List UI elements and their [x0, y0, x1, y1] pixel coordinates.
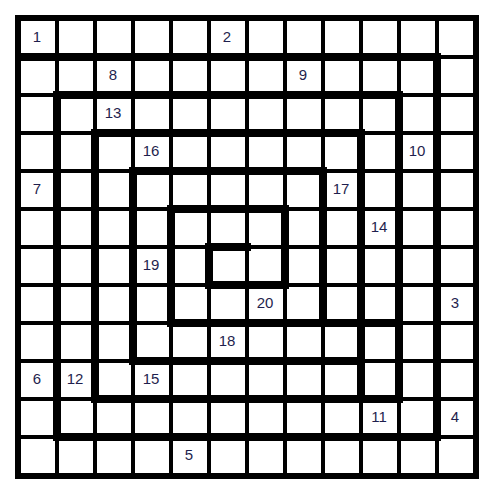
cell-r5c11[interactable]: [401, 173, 435, 207]
cell-r1c12[interactable]: [439, 21, 473, 55]
cell-r10c10[interactable]: [363, 363, 397, 397]
cell-r1c6[interactable]: [211, 21, 245, 55]
cell-r1c4[interactable]: [135, 21, 169, 55]
cell-r7c7[interactable]: [249, 249, 283, 283]
cell-r4c8[interactable]: [287, 135, 321, 169]
cell-r5c5[interactable]: [173, 173, 207, 207]
cell-r6c7[interactable]: [249, 211, 283, 245]
cell-r12c3[interactable]: [97, 439, 131, 473]
cell-r9c2[interactable]: [59, 325, 93, 359]
cell-r3c9[interactable]: [325, 97, 359, 131]
cell-r12c7[interactable]: [249, 439, 283, 473]
cell-r4c2[interactable]: [59, 135, 93, 169]
cell-r1c5[interactable]: [173, 21, 207, 55]
cell-r8c2[interactable]: [59, 287, 93, 321]
cell-r11c4[interactable]: [135, 401, 169, 435]
cell-r2c2[interactable]: [59, 59, 93, 93]
cell-r10c11[interactable]: [401, 363, 435, 397]
cell-r8c9[interactable]: [325, 287, 359, 321]
cell-r11c1[interactable]: [21, 401, 55, 435]
cell-r2c8[interactable]: [287, 59, 321, 93]
cell-r8c7[interactable]: [249, 287, 283, 321]
cell-r8c5[interactable]: [173, 287, 207, 321]
cell-r3c1[interactable]: [21, 97, 55, 131]
cell-r4c9[interactable]: [325, 135, 359, 169]
cell-r7c6[interactable]: [211, 249, 245, 283]
cell-r11c12[interactable]: [439, 401, 473, 435]
cell-r5c4[interactable]: [135, 173, 169, 207]
cell-r2c11[interactable]: [401, 59, 435, 93]
cell-r2c9[interactable]: [325, 59, 359, 93]
cell-r5c8[interactable]: [287, 173, 321, 207]
cell-r1c2[interactable]: [59, 21, 93, 55]
cell-r11c6[interactable]: [211, 401, 245, 435]
cell-r3c7[interactable]: [249, 97, 283, 131]
cell-r6c2[interactable]: [59, 211, 93, 245]
cell-r8c1[interactable]: [21, 287, 55, 321]
cell-r2c1[interactable]: [21, 59, 55, 93]
cell-r5c12[interactable]: [439, 173, 473, 207]
cell-r12c2[interactable]: [59, 439, 93, 473]
cell-r6c1[interactable]: [21, 211, 55, 245]
cell-r6c9[interactable]: [325, 211, 359, 245]
cell-r8c11[interactable]: [401, 287, 435, 321]
cell-r4c3[interactable]: [97, 135, 131, 169]
cell-r12c4[interactable]: [135, 439, 169, 473]
cell-r6c6[interactable]: [211, 211, 245, 245]
cell-r10c12[interactable]: [439, 363, 473, 397]
cell-r9c10[interactable]: [363, 325, 397, 359]
cell-r1c7[interactable]: [249, 21, 283, 55]
cell-r3c4[interactable]: [135, 97, 169, 131]
cell-r5c7[interactable]: [249, 173, 283, 207]
cell-r5c2[interactable]: [59, 173, 93, 207]
cell-r1c8[interactable]: [287, 21, 321, 55]
cell-r11c10[interactable]: [363, 401, 397, 435]
spiral-crossword: 1234567891011121314151617181920: [15, 15, 479, 479]
cell-r8c3[interactable]: [97, 287, 131, 321]
cell-r7c10[interactable]: [363, 249, 397, 283]
cell-r11c2[interactable]: [59, 401, 93, 435]
cell-r12c5[interactable]: [173, 439, 207, 473]
cell-r1c11[interactable]: [401, 21, 435, 55]
cell-r10c8[interactable]: [287, 363, 321, 397]
cell-r3c3[interactable]: [97, 97, 131, 131]
cell-r10c6[interactable]: [211, 363, 245, 397]
cell-r9c1[interactable]: [21, 325, 55, 359]
cell-r2c4[interactable]: [135, 59, 169, 93]
cell-r9c9[interactable]: [325, 325, 359, 359]
cell-r3c10[interactable]: [363, 97, 397, 131]
cell-r7c4[interactable]: [135, 249, 169, 283]
cell-r7c9[interactable]: [325, 249, 359, 283]
cell-r9c4[interactable]: [135, 325, 169, 359]
cell-r6c4[interactable]: [135, 211, 169, 245]
cell-r9c11[interactable]: [401, 325, 435, 359]
cell-r6c5[interactable]: [173, 211, 207, 245]
cell-r2c7[interactable]: [249, 59, 283, 93]
cell-r9c5[interactable]: [173, 325, 207, 359]
cell-r10c7[interactable]: [249, 363, 283, 397]
spiral-crossword-board: 1234567891011121314151617181920: [15, 15, 479, 479]
cell-r3c12[interactable]: [439, 97, 473, 131]
cell-r8c10[interactable]: [363, 287, 397, 321]
cell-r4c6[interactable]: [211, 135, 245, 169]
cell-r3c8[interactable]: [287, 97, 321, 131]
cell-r6c8[interactable]: [287, 211, 321, 245]
cell-r7c1[interactable]: [21, 249, 55, 283]
cell-r7c5[interactable]: [173, 249, 207, 283]
cell-r12c1[interactable]: [21, 439, 55, 473]
cell-r10c5[interactable]: [173, 363, 207, 397]
cell-r12c10[interactable]: [363, 439, 397, 473]
cell-r4c11[interactable]: [401, 135, 435, 169]
cell-r11c7[interactable]: [249, 401, 283, 435]
cell-r5c3[interactable]: [97, 173, 131, 207]
cell-r7c12[interactable]: [439, 249, 473, 283]
cell-r6c3[interactable]: [97, 211, 131, 245]
cell-r5c1[interactable]: [21, 173, 55, 207]
cell-r8c6[interactable]: [211, 287, 245, 321]
cell-r9c8[interactable]: [287, 325, 321, 359]
cell-r12c6[interactable]: [211, 439, 245, 473]
cell-r7c8[interactable]: [287, 249, 321, 283]
cell-r6c10[interactable]: [363, 211, 397, 245]
cell-r8c12[interactable]: [439, 287, 473, 321]
cell-r11c5[interactable]: [173, 401, 207, 435]
cell-r11c9[interactable]: [325, 401, 359, 435]
cell-r8c8[interactable]: [287, 287, 321, 321]
cell-r6c11[interactable]: [401, 211, 435, 245]
cell-r10c1[interactable]: [21, 363, 55, 397]
cell-r12c9[interactable]: [325, 439, 359, 473]
cell-r10c4[interactable]: [135, 363, 169, 397]
cell-r3c2[interactable]: [59, 97, 93, 131]
cell-r2c6[interactable]: [211, 59, 245, 93]
cell-r1c9[interactable]: [325, 21, 359, 55]
cell-r10c2[interactable]: [59, 363, 93, 397]
cell-r4c12[interactable]: [439, 135, 473, 169]
cell-r12c12[interactable]: [439, 439, 473, 473]
cell-r3c5[interactable]: [173, 97, 207, 131]
cell-r12c11[interactable]: [401, 439, 435, 473]
cell-r9c7[interactable]: [249, 325, 283, 359]
cell-r4c10[interactable]: [363, 135, 397, 169]
cell-r2c10[interactable]: [363, 59, 397, 93]
cell-r9c3[interactable]: [97, 325, 131, 359]
cell-r7c2[interactable]: [59, 249, 93, 283]
cell-r3c11[interactable]: [401, 97, 435, 131]
cell-r5c10[interactable]: [363, 173, 397, 207]
cell-r11c11[interactable]: [401, 401, 435, 435]
cell-r4c1[interactable]: [21, 135, 55, 169]
cell-r4c5[interactable]: [173, 135, 207, 169]
cell-r6c12[interactable]: [439, 211, 473, 245]
cell-r2c12[interactable]: [439, 59, 473, 93]
cell-r5c6[interactable]: [211, 173, 245, 207]
cell-r7c11[interactable]: [401, 249, 435, 283]
cell-r12c8[interactable]: [287, 439, 321, 473]
cell-r2c5[interactable]: [173, 59, 207, 93]
cell-r11c8[interactable]: [287, 401, 321, 435]
cell-r11c3[interactable]: [97, 401, 131, 435]
cell-r9c6[interactable]: [211, 325, 245, 359]
cell-r4c7[interactable]: [249, 135, 283, 169]
cell-r9c12[interactable]: [439, 325, 473, 359]
cell-r1c10[interactable]: [363, 21, 397, 55]
cell-r1c3[interactable]: [97, 21, 131, 55]
cell-r4c4[interactable]: [135, 135, 169, 169]
cell-r8c4[interactable]: [135, 287, 169, 321]
cell-r2c3[interactable]: [97, 59, 131, 93]
cell-r10c3[interactable]: [97, 363, 131, 397]
cell-r1c1[interactable]: [21, 21, 55, 55]
cell-r10c9[interactable]: [325, 363, 359, 397]
cell-r3c6[interactable]: [211, 97, 245, 131]
cell-r7c3[interactable]: [97, 249, 131, 283]
cell-r5c9[interactable]: [325, 173, 359, 207]
